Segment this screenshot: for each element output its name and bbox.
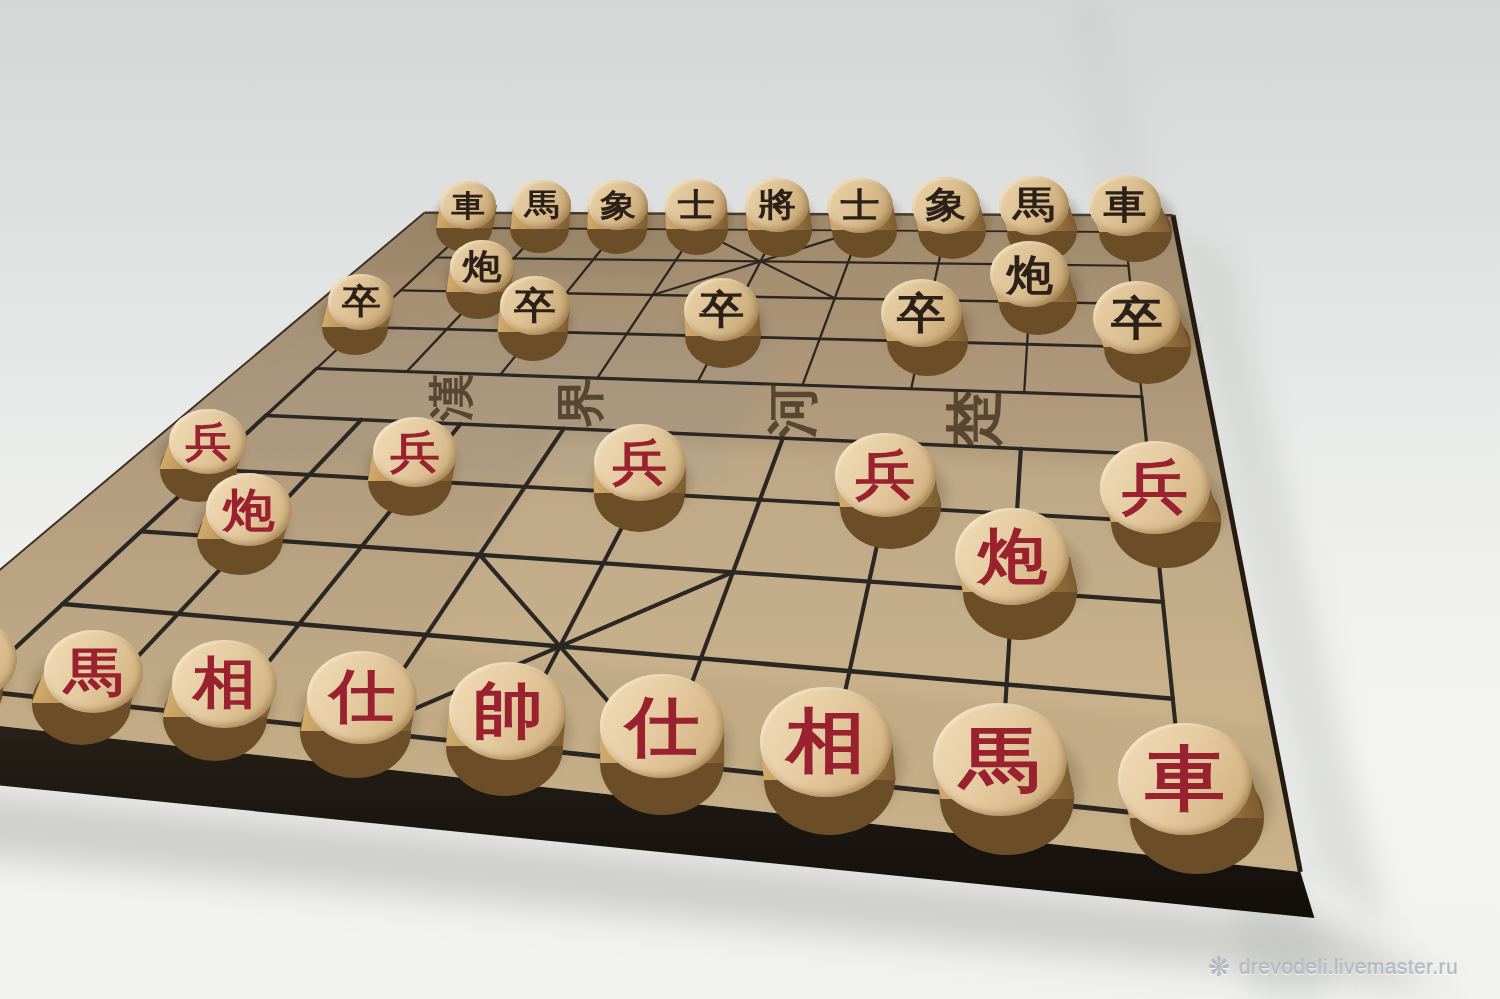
xiangqi-board <box>0 0 1500 999</box>
watermark-text: drevodeli.livemaster.ru <box>1239 955 1458 979</box>
photo-scene: 漢界河楚 車馬象士將士象馬車炮炮卒卒卒卒卒兵兵兵兵兵炮炮車馬相仕帥仕相馬車 ❋ … <box>0 0 1500 999</box>
watermark: ❋ drevodeli.livemaster.ru <box>1208 954 1458 980</box>
snowflake-icon: ❋ <box>1208 954 1230 980</box>
